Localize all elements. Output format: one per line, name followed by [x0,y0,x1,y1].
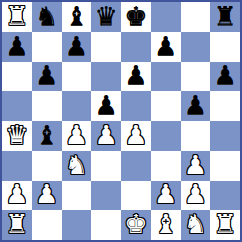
white-pawn: ♟ [65,122,88,148]
black-bishop: ♝ [35,122,58,148]
square-d4[interactable]: ♟ [91,121,121,151]
square-d3[interactable] [91,151,121,181]
square-f6[interactable] [151,62,181,92]
white-bishop: ♝ [154,211,177,237]
square-c2[interactable] [62,181,92,211]
white-pawn: ♟ [5,181,28,207]
square-a6[interactable] [2,62,32,92]
white-pawn: ♟ [184,152,207,178]
square-g5[interactable]: ♟ [181,91,211,121]
black-bishop: ♝ [65,3,88,29]
square-g2[interactable]: ♟ [181,181,211,211]
square-e6[interactable]: ♟ [121,62,151,92]
square-a4[interactable]: ♛ [2,121,32,151]
square-f1[interactable]: ♝ [151,210,181,240]
square-f5[interactable] [151,91,181,121]
square-b6[interactable]: ♟ [32,62,62,92]
square-d5[interactable]: ♟ [91,91,121,121]
black-pawn: ♟ [184,92,207,118]
square-d2[interactable] [91,181,121,211]
square-b2[interactable]: ♟ [32,181,62,211]
square-f3[interactable] [151,151,181,181]
square-a3[interactable] [2,151,32,181]
square-f2[interactable]: ♟ [151,181,181,211]
white-king: ♚ [124,211,147,237]
square-c7[interactable]: ♟ [62,32,92,62]
white-rook: ♜ [5,3,28,29]
square-g3[interactable]: ♟ [181,151,211,181]
square-a5[interactable] [2,91,32,121]
square-c4[interactable]: ♟ [62,121,92,151]
square-a2[interactable]: ♟ [2,181,32,211]
black-pawn: ♟ [5,33,28,59]
square-b1[interactable] [32,210,62,240]
black-king: ♚ [124,3,147,29]
square-e5[interactable] [121,91,151,121]
black-queen: ♛ [94,3,117,29]
square-h3[interactable] [210,151,240,181]
square-e2[interactable] [121,181,151,211]
square-h1[interactable]: ♜ [210,210,240,240]
square-d1[interactable] [91,210,121,240]
square-g7[interactable] [181,32,211,62]
white-pawn: ♟ [184,181,207,207]
square-c5[interactable] [62,91,92,121]
white-rook: ♜ [5,211,28,237]
square-f7[interactable]: ♟ [151,32,181,62]
square-a8[interactable]: ♜ [2,2,32,32]
square-b4[interactable]: ♝ [32,121,62,151]
chess-board: ♜♞♝♛♚♜♟♟♟♟♟♟♟♟♛♝♟♟♟♞♟♟♟♟♟♜♚♝♞♜ [0,0,242,242]
square-g6[interactable] [181,62,211,92]
square-c3[interactable]: ♞ [62,151,92,181]
black-pawn: ♟ [35,62,58,88]
square-b7[interactable] [32,32,62,62]
square-h7[interactable] [210,32,240,62]
square-e3[interactable] [121,151,151,181]
white-rook: ♜ [213,211,236,237]
square-g4[interactable] [181,121,211,151]
white-pawn: ♟ [94,122,117,148]
square-g8[interactable] [181,2,211,32]
white-knight: ♞ [184,211,207,237]
square-g1[interactable]: ♞ [181,210,211,240]
square-d7[interactable] [91,32,121,62]
black-pawn: ♟ [124,62,147,88]
square-b3[interactable] [32,151,62,181]
white-knight: ♞ [65,152,88,178]
square-c1[interactable] [62,210,92,240]
black-pawn: ♟ [213,62,236,88]
square-c6[interactable] [62,62,92,92]
square-e4[interactable]: ♟ [121,121,151,151]
square-h5[interactable] [210,91,240,121]
square-h8[interactable]: ♜ [210,2,240,32]
square-b8[interactable]: ♞ [32,2,62,32]
square-c8[interactable]: ♝ [62,2,92,32]
square-d8[interactable]: ♛ [91,2,121,32]
white-pawn: ♟ [154,181,177,207]
black-pawn: ♟ [65,33,88,59]
square-e1[interactable]: ♚ [121,210,151,240]
white-pawn: ♟ [124,122,147,148]
square-e8[interactable]: ♚ [121,2,151,32]
black-pawn: ♟ [94,92,117,118]
square-h6[interactable]: ♟ [210,62,240,92]
square-e7[interactable] [121,32,151,62]
square-f8[interactable] [151,2,181,32]
square-f4[interactable] [151,121,181,151]
black-rook: ♜ [213,3,236,29]
square-b5[interactable] [32,91,62,121]
square-d6[interactable] [91,62,121,92]
square-a1[interactable]: ♜ [2,210,32,240]
white-queen: ♛ [5,122,28,148]
black-pawn: ♟ [154,33,177,59]
white-pawn: ♟ [35,181,58,207]
square-h4[interactable] [210,121,240,151]
square-h2[interactable] [210,181,240,211]
black-knight: ♞ [35,3,58,29]
square-a7[interactable]: ♟ [2,32,32,62]
